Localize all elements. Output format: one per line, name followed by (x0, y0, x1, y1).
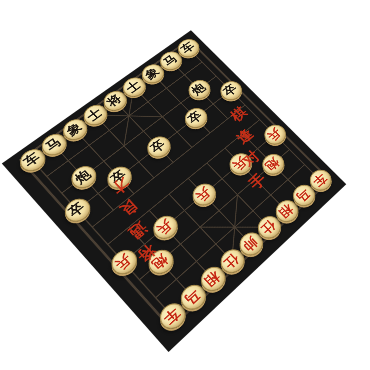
piece-glyph: 兵 (266, 126, 284, 142)
piece-black-soldier[interactable]: 卒 (59, 194, 94, 226)
piece-glyph: 马 (161, 53, 179, 68)
piece-glyph: 炮 (264, 156, 282, 173)
piece-glyph: 马 (43, 136, 63, 154)
piece-black-cannon[interactable]: 炮 (183, 76, 214, 103)
piece-black-cannon[interactable]: 炮 (66, 162, 101, 193)
piece-glyph: 卒 (149, 138, 168, 155)
piece-glyph: 士 (85, 107, 104, 124)
piece-glyph: 马 (294, 187, 312, 205)
piece-glyph: 马 (182, 287, 203, 308)
piece-glyph: 卒 (222, 83, 240, 99)
piece-glyph: 兵 (194, 185, 213, 203)
piece-glyph: 炮 (190, 82, 208, 98)
piece-black-soldier[interactable]: 卒 (215, 77, 245, 104)
piece-black-soldier[interactable]: 卒 (142, 132, 175, 161)
piece-red-soldier[interactable]: 兵 (259, 121, 289, 149)
product-photo-scene: 车马象士将士象马车炮炮卒卒卒卒卒兵兵兵兵兵炮炮车马相仕帅仕相马车 棋逢对手将遇良… (0, 0, 370, 370)
piece-red-soldier[interactable]: 兵 (187, 179, 220, 210)
piece-glyph: 象 (143, 66, 161, 82)
pieces-layer: 车马象士将士象马车炮炮卒卒卒卒卒兵兵兵兵兵炮炮车马相仕帅仕相马车 (11, 33, 339, 338)
piece-glyph: 车 (311, 171, 329, 188)
piece-glyph: 车 (22, 151, 43, 169)
piece-glyph: 卒 (66, 201, 87, 220)
piece-glyph: 相 (277, 202, 296, 220)
piece-glyph: 相 (202, 269, 222, 289)
piece-red-soldier[interactable]: 兵 (148, 211, 182, 243)
piece-black-soldier[interactable]: 卒 (180, 104, 211, 132)
piece-glyph: 炮 (73, 168, 93, 186)
piece-glyph: 车 (179, 41, 197, 56)
xiangqi-board: 车马象士将士象马车炮炮卒卒卒卒卒兵兵兵兵兵炮炮车马相仕帅仕相马车 棋逢对手将遇良… (11, 33, 339, 338)
piece-glyph: 仕 (222, 251, 242, 270)
piece-glyph: 帅 (241, 234, 260, 253)
piece-glyph: 象 (65, 121, 85, 138)
piece-glyph: 兵 (155, 218, 175, 237)
piece-glyph: 卒 (186, 110, 204, 126)
piece-glyph: 士 (124, 79, 143, 95)
piece-glyph: 兵 (113, 252, 134, 272)
piece-glyph: 仕 (259, 218, 278, 236)
piece-glyph: 车 (161, 305, 182, 326)
piece-glyph: 将 (105, 93, 124, 109)
